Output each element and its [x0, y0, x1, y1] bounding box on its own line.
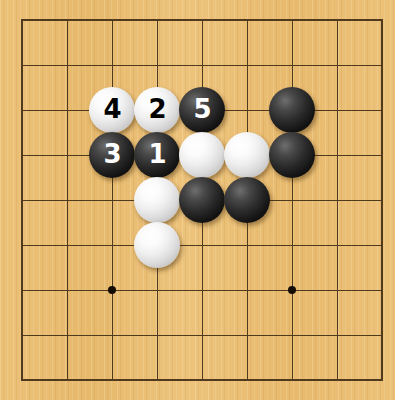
board-point[interactable]: 5 [180, 88, 225, 133]
board-point[interactable]: 1 [135, 133, 180, 178]
move-number-label: 4 [103, 96, 120, 122]
board-point[interactable] [225, 133, 270, 178]
stone-white[interactable]: 4 [89, 87, 135, 133]
stone-white[interactable] [224, 132, 270, 178]
board-point[interactable] [270, 133, 315, 178]
board-point[interactable]: 2 [135, 88, 180, 133]
board-point[interactable] [180, 178, 225, 223]
stone-black[interactable] [269, 132, 315, 178]
stone-black[interactable] [269, 87, 315, 133]
move-number-label: 2 [148, 96, 165, 122]
stone-black[interactable] [224, 177, 270, 223]
stone-white[interactable] [134, 222, 180, 268]
stone-black[interactable]: 3 [89, 132, 135, 178]
stone-white[interactable]: 2 [134, 87, 180, 133]
board-point[interactable] [180, 133, 225, 178]
stone-black[interactable] [179, 177, 225, 223]
go-board[interactable]: 42531 [0, 0, 395, 400]
move-number-label: 3 [103, 141, 120, 167]
stone-black[interactable]: 5 [179, 87, 225, 133]
stone-white[interactable] [134, 177, 180, 223]
board-point[interactable]: 3 [90, 133, 135, 178]
stones-grid: 42531 [0, 0, 395, 400]
stone-white[interactable] [179, 132, 225, 178]
board-point[interactable] [135, 178, 180, 223]
stone-black[interactable]: 1 [134, 132, 180, 178]
move-number-label: 1 [148, 141, 165, 167]
board-point[interactable] [270, 88, 315, 133]
board-point[interactable] [135, 223, 180, 268]
board-point[interactable] [225, 178, 270, 223]
move-number-label: 5 [193, 96, 210, 122]
board-point[interactable]: 4 [90, 88, 135, 133]
